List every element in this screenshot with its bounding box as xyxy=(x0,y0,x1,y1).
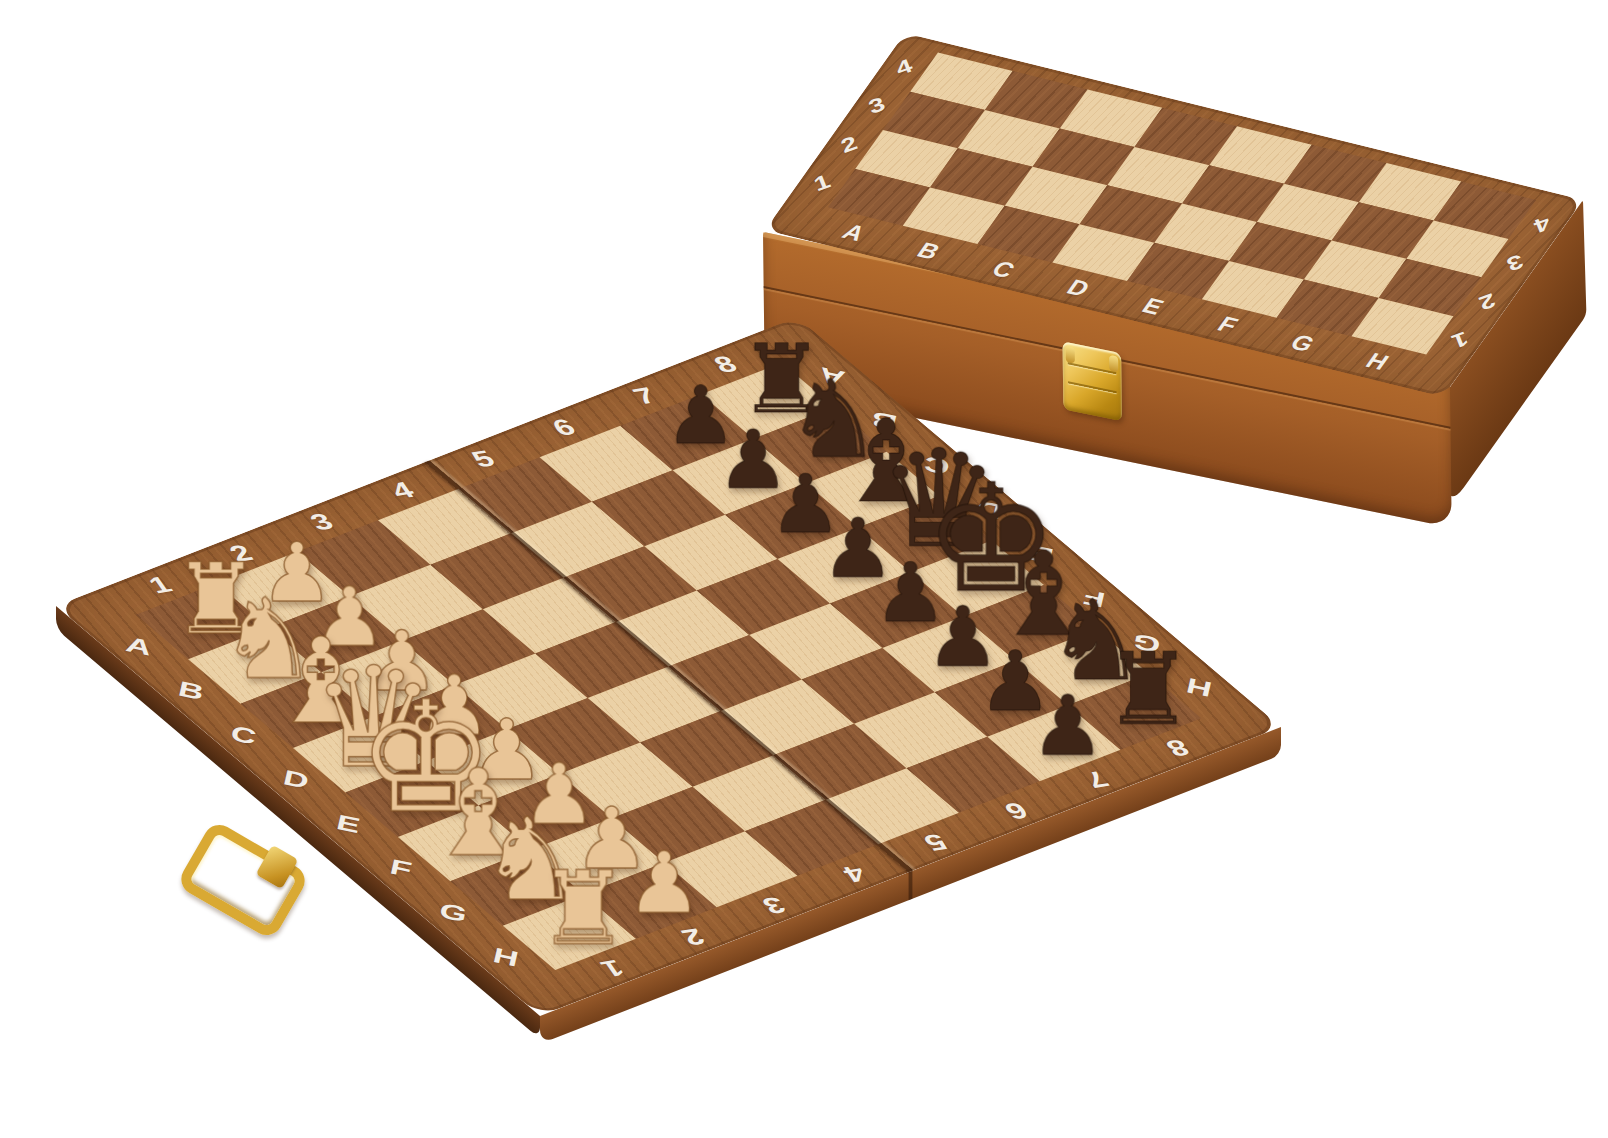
product-photo-stage: ABCDEFGH44332211 1122334455667788AABBCCD… xyxy=(0,0,1608,1138)
latch-ear-right xyxy=(1109,355,1118,373)
brass-clasp-loop xyxy=(176,819,311,941)
white-rook-icon: ♜ xyxy=(537,857,628,959)
box-file-label-G: G xyxy=(1285,330,1320,357)
brass-latch xyxy=(1063,341,1122,421)
fold-seam-edge xyxy=(909,871,913,900)
box-file-label-B: B xyxy=(912,238,945,265)
box-rank-label-left-2: 2 xyxy=(838,131,861,157)
latch-groove xyxy=(1068,382,1117,394)
latch-ear-left xyxy=(1066,346,1075,364)
box-file-label-H: H xyxy=(1361,348,1394,375)
white-pawn-icon: ♟ xyxy=(625,840,701,925)
black-pawn-icon: ♟ xyxy=(1030,684,1104,767)
box-rank-label-left-3: 3 xyxy=(865,93,888,119)
box-rank-label-left-4: 4 xyxy=(893,54,916,80)
black-rook-icon: ♜ xyxy=(1103,639,1192,738)
box-file-label-F: F xyxy=(1212,312,1243,338)
box-file-label-A: A xyxy=(837,219,870,246)
box-file-label-C: C xyxy=(987,256,1020,283)
box-rank-label-right-1: 1 xyxy=(1448,327,1471,353)
box-rank-label-left-1: 1 xyxy=(810,170,833,196)
box-rank-label-right-4: 4 xyxy=(1531,211,1554,237)
box-rank-label-right-2: 2 xyxy=(1476,288,1499,314)
box-file-label-E: E xyxy=(1137,293,1169,320)
box-file-label-D: D xyxy=(1061,274,1094,301)
box-rank-label-right-3: 3 xyxy=(1503,250,1526,276)
